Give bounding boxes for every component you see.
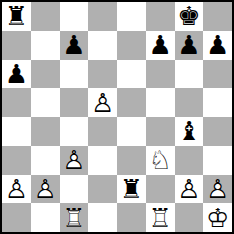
piece-glyph: ♙ [5,175,28,204]
square-c1[interactable]: ♜♖ [60,203,89,232]
square-d8[interactable] [88,2,117,31]
square-d7[interactable] [88,31,117,60]
square-g1[interactable] [175,203,204,232]
piece-white-rook[interactable]: ♜♖ [148,205,171,231]
chess-board: ♜♚♟♟♟♟♟♟♙♝♟♙♞♘♟♙♟♙♜♟♙♟♙♜♖♜♖♚♔ [0,0,234,234]
piece-glyph: ♟ [206,31,229,60]
piece-black-rook[interactable]: ♜ [5,3,28,29]
piece-black-bishop[interactable]: ♝ [177,118,200,144]
piece-glyph: ♙ [33,175,56,204]
square-b8[interactable] [31,2,60,31]
piece-white-pawn[interactable]: ♟♙ [91,90,114,116]
square-a8[interactable]: ♜ [2,2,31,31]
square-e4[interactable] [117,117,146,146]
square-c5[interactable] [60,88,89,117]
square-h8[interactable] [203,2,232,31]
piece-white-knight[interactable]: ♞♘ [148,147,171,173]
piece-glyph: ♟ [177,31,200,60]
square-a5[interactable] [2,88,31,117]
square-f4[interactable] [146,117,175,146]
piece-white-pawn[interactable]: ♟♙ [177,176,200,202]
square-g5[interactable] [175,88,204,117]
piece-glyph: ♜ [5,2,28,31]
square-h2[interactable]: ♟♙ [203,175,232,204]
square-g7[interactable]: ♟ [175,31,204,60]
square-g2[interactable]: ♟♙ [175,175,204,204]
piece-glyph: ♟ [62,31,85,60]
square-h1[interactable]: ♚♔ [203,203,232,232]
square-c4[interactable] [60,117,89,146]
piece-white-pawn[interactable]: ♟♙ [62,147,85,173]
piece-glyph: ♟ [5,60,28,89]
square-b3[interactable] [31,146,60,175]
piece-black-pawn[interactable]: ♟ [177,32,200,58]
square-c2[interactable] [60,175,89,204]
square-c3[interactable]: ♟♙ [60,146,89,175]
square-g3[interactable] [175,146,204,175]
square-f7[interactable]: ♟ [146,31,175,60]
square-b5[interactable] [31,88,60,117]
square-a1[interactable] [2,203,31,232]
piece-black-pawn[interactable]: ♟ [148,32,171,58]
square-e7[interactable] [117,31,146,60]
square-d1[interactable] [88,203,117,232]
piece-glyph: ♖ [62,203,85,232]
square-h5[interactable] [203,88,232,117]
square-d6[interactable] [88,60,117,89]
piece-glyph: ♙ [62,146,85,175]
piece-glyph: ♜ [120,175,143,204]
piece-white-king[interactable]: ♚♔ [206,205,229,231]
square-b2[interactable]: ♟♙ [31,175,60,204]
square-a3[interactable] [2,146,31,175]
piece-glyph: ♙ [206,175,229,204]
piece-white-pawn[interactable]: ♟♙ [206,176,229,202]
square-e5[interactable] [117,88,146,117]
square-a6[interactable]: ♟ [2,60,31,89]
piece-black-pawn[interactable]: ♟ [206,32,229,58]
square-a4[interactable] [2,117,31,146]
square-h7[interactable]: ♟ [203,31,232,60]
square-f1[interactable]: ♜♖ [146,203,175,232]
piece-black-rook[interactable]: ♜ [120,176,143,202]
square-g4[interactable]: ♝ [175,117,204,146]
square-a2[interactable]: ♟♙ [2,175,31,204]
square-h4[interactable] [203,117,232,146]
square-a7[interactable] [2,31,31,60]
piece-glyph: ♘ [148,146,171,175]
square-d3[interactable] [88,146,117,175]
square-c8[interactable] [60,2,89,31]
square-g6[interactable] [175,60,204,89]
piece-white-rook[interactable]: ♜♖ [62,205,85,231]
piece-glyph: ♝ [177,117,200,146]
square-f2[interactable] [146,175,175,204]
square-c6[interactable] [60,60,89,89]
square-f5[interactable] [146,88,175,117]
square-f3[interactable]: ♞♘ [146,146,175,175]
square-f6[interactable] [146,60,175,89]
square-e1[interactable] [117,203,146,232]
square-d4[interactable] [88,117,117,146]
square-b4[interactable] [31,117,60,146]
piece-glyph: ♖ [148,203,171,232]
piece-white-pawn[interactable]: ♟♙ [33,176,56,202]
square-b1[interactable] [31,203,60,232]
square-b6[interactable] [31,60,60,89]
square-e3[interactable] [117,146,146,175]
piece-glyph: ♙ [177,175,200,204]
piece-black-king[interactable]: ♚ [177,3,200,29]
square-f8[interactable] [146,2,175,31]
square-g8[interactable]: ♚ [175,2,204,31]
piece-glyph: ♚ [177,2,200,31]
piece-glyph: ♔ [206,203,229,232]
square-e2[interactable]: ♜ [117,175,146,204]
square-e8[interactable] [117,2,146,31]
square-b7[interactable] [31,31,60,60]
piece-glyph: ♙ [91,88,114,117]
piece-glyph: ♟ [148,31,171,60]
square-h6[interactable] [203,60,232,89]
piece-black-pawn[interactable]: ♟ [62,32,85,58]
square-d5[interactable]: ♟♙ [88,88,117,117]
piece-black-pawn[interactable]: ♟ [5,61,28,87]
piece-white-pawn[interactable]: ♟♙ [5,176,28,202]
square-d2[interactable] [88,175,117,204]
square-e6[interactable] [117,60,146,89]
square-h3[interactable] [203,146,232,175]
square-c7[interactable]: ♟ [60,31,89,60]
